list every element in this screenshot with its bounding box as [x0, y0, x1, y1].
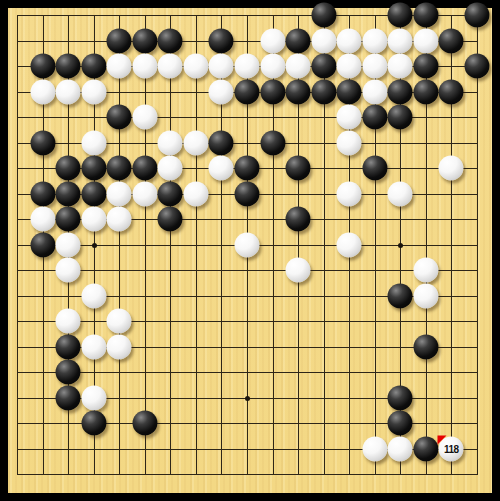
- white-stone: [107, 309, 132, 334]
- white-stone: [107, 54, 132, 79]
- white-stone: [107, 207, 132, 232]
- black-stone: [388, 79, 413, 104]
- white-stone: [311, 28, 336, 53]
- white-stone: [286, 258, 311, 283]
- white-stone: [132, 54, 157, 79]
- white-stone: [413, 28, 438, 53]
- grid-line-vertical: [477, 15, 478, 475]
- black-stone: [337, 79, 362, 104]
- black-stone: [30, 181, 55, 206]
- white-stone: [56, 258, 81, 283]
- white-stone: [56, 232, 81, 257]
- grid-line-horizontal: [17, 372, 478, 373]
- white-stone: [337, 232, 362, 257]
- black-stone: [388, 385, 413, 410]
- white-stone: [388, 54, 413, 79]
- black-stone: [56, 334, 81, 359]
- black-stone: [413, 54, 438, 79]
- white-stone: [56, 309, 81, 334]
- black-stone: [286, 156, 311, 181]
- white-stone: [81, 79, 106, 104]
- black-stone: [413, 436, 438, 461]
- black-stone: [234, 156, 259, 181]
- white-stone: [234, 232, 259, 257]
- black-stone: [107, 28, 132, 53]
- white-stone: [209, 54, 234, 79]
- white-stone: [260, 54, 285, 79]
- black-stone: [362, 105, 387, 130]
- black-stone: [286, 79, 311, 104]
- black-stone: [388, 411, 413, 436]
- black-stone: [56, 156, 81, 181]
- black-stone: [209, 130, 234, 155]
- black-stone: [234, 79, 259, 104]
- white-stone: [388, 28, 413, 53]
- black-stone: [260, 130, 285, 155]
- black-stone: [81, 411, 106, 436]
- white-stone: [337, 130, 362, 155]
- black-stone: [158, 181, 183, 206]
- white-stone: [158, 156, 183, 181]
- white-stone: [362, 54, 387, 79]
- black-stone: [56, 385, 81, 410]
- black-stone: [362, 156, 387, 181]
- black-stone: [107, 156, 132, 181]
- black-stone: [439, 79, 464, 104]
- black-stone: [56, 181, 81, 206]
- white-stone: [388, 436, 413, 461]
- grid-line-horizontal: [17, 474, 478, 475]
- white-stone: [362, 28, 387, 53]
- grid-line-horizontal: [17, 270, 478, 271]
- hoshi-dot: [92, 243, 97, 248]
- black-stone: [30, 54, 55, 79]
- black-stone: [81, 54, 106, 79]
- black-stone: [413, 334, 438, 359]
- white-stone: [183, 181, 208, 206]
- black-stone: [56, 207, 81, 232]
- black-stone: [158, 28, 183, 53]
- move-number-label: 118: [439, 436, 464, 461]
- white-stone: [413, 283, 438, 308]
- black-stone: [158, 207, 183, 232]
- black-stone: [30, 130, 55, 155]
- white-stone: [388, 181, 413, 206]
- white-stone: [337, 105, 362, 130]
- white-stone: [30, 79, 55, 104]
- white-stone: [439, 156, 464, 181]
- white-stone: [413, 258, 438, 283]
- black-stone: [413, 3, 438, 28]
- black-stone: [132, 411, 157, 436]
- black-stone: [234, 181, 259, 206]
- white-stone: [81, 207, 106, 232]
- black-stone: [260, 79, 285, 104]
- black-stone: [388, 105, 413, 130]
- white-stone: [81, 334, 106, 359]
- white-stone: [286, 54, 311, 79]
- black-stone: [209, 28, 234, 53]
- white-stone: [158, 54, 183, 79]
- last-move-stone: 118: [439, 436, 464, 461]
- white-stone: [81, 385, 106, 410]
- black-stone: [132, 28, 157, 53]
- white-stone: [30, 207, 55, 232]
- goban[interactable]: 118: [8, 8, 492, 493]
- white-stone: [81, 283, 106, 308]
- hoshi-dot: [245, 396, 250, 401]
- white-stone: [107, 334, 132, 359]
- white-stone: [234, 54, 259, 79]
- white-stone: [337, 28, 362, 53]
- white-stone: [183, 54, 208, 79]
- white-stone: [158, 130, 183, 155]
- black-stone: [388, 3, 413, 28]
- black-stone: [464, 54, 489, 79]
- black-stone: [30, 232, 55, 257]
- black-stone: [107, 105, 132, 130]
- black-stone: [81, 181, 106, 206]
- black-stone: [311, 79, 336, 104]
- white-stone: [56, 79, 81, 104]
- white-stone: [132, 181, 157, 206]
- black-stone: [388, 283, 413, 308]
- black-stone: [413, 79, 438, 104]
- black-stone: [56, 54, 81, 79]
- white-stone: [81, 130, 106, 155]
- white-stone: [337, 181, 362, 206]
- black-stone: [286, 207, 311, 232]
- black-stone: [464, 3, 489, 28]
- black-stone: [311, 54, 336, 79]
- white-stone: [362, 436, 387, 461]
- black-stone: [311, 3, 336, 28]
- white-stone: [107, 181, 132, 206]
- white-stone: [260, 28, 285, 53]
- black-stone: [132, 156, 157, 181]
- black-stone: [56, 360, 81, 385]
- grid-line-horizontal: [17, 321, 478, 322]
- white-stone: [362, 79, 387, 104]
- hoshi-dot: [398, 243, 403, 248]
- white-stone: [183, 130, 208, 155]
- white-stone: [337, 54, 362, 79]
- black-stone: [439, 28, 464, 53]
- black-stone: [286, 28, 311, 53]
- black-stone: [81, 156, 106, 181]
- white-stone: [209, 156, 234, 181]
- white-stone: [132, 105, 157, 130]
- white-stone: [209, 79, 234, 104]
- go-app-window: 118: [0, 0, 500, 501]
